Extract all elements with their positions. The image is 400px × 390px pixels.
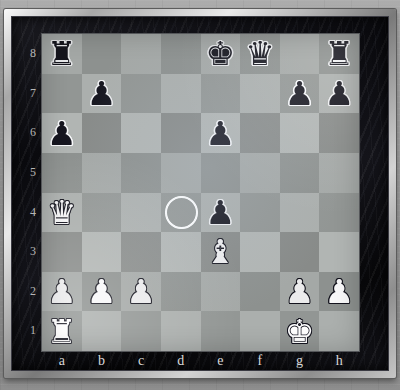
square-g2[interactable]: ♟ xyxy=(280,272,320,312)
white-pawn[interactable]: ♟ xyxy=(324,275,354,308)
square-d2[interactable] xyxy=(161,272,201,312)
white-bishop[interactable]: ♝ xyxy=(206,235,236,268)
square-c1[interactable] xyxy=(121,311,161,351)
square-f1[interactable] xyxy=(240,311,280,351)
square-b7[interactable]: ♟ xyxy=(82,74,122,114)
square-d5[interactable] xyxy=(161,153,201,193)
square-g3[interactable] xyxy=(280,232,320,272)
file-label-e: e xyxy=(201,351,241,371)
file-labels: abcdefgh xyxy=(42,351,359,371)
white-pawn[interactable]: ♟ xyxy=(126,275,156,308)
file-label-c: c xyxy=(121,351,161,371)
square-b3[interactable] xyxy=(82,232,122,272)
white-king[interactable]: ♚ xyxy=(285,315,315,348)
square-a8[interactable]: ♜ xyxy=(42,34,82,74)
square-b4[interactable] xyxy=(82,193,122,233)
black-pawn[interactable]: ♟ xyxy=(285,77,315,110)
board-outer-trim: 87654321 ♜♚♛♜♟♟♟♟♟♛♟♝♟♟♟♟♟♜♚ abcdefgh xyxy=(4,9,396,378)
black-king[interactable]: ♚ xyxy=(206,37,236,70)
square-e2[interactable] xyxy=(201,272,241,312)
black-pawn[interactable]: ♟ xyxy=(206,117,236,150)
square-h8[interactable]: ♜ xyxy=(319,34,359,74)
square-f3[interactable] xyxy=(240,232,280,272)
square-e8[interactable]: ♚ xyxy=(201,34,241,74)
square-c7[interactable] xyxy=(121,74,161,114)
square-f7[interactable] xyxy=(240,74,280,114)
file-label-g: g xyxy=(280,351,320,371)
file-label-a: a xyxy=(42,351,82,371)
square-d3[interactable] xyxy=(161,232,201,272)
square-g8[interactable] xyxy=(280,34,320,74)
square-b2[interactable]: ♟ xyxy=(82,272,122,312)
file-label-b: b xyxy=(82,351,122,371)
square-c4[interactable] xyxy=(121,193,161,233)
square-b5[interactable] xyxy=(82,153,122,193)
white-pawn[interactable]: ♟ xyxy=(285,275,315,308)
square-a6[interactable]: ♟ xyxy=(42,113,82,153)
square-a5[interactable] xyxy=(42,153,82,193)
square-f6[interactable] xyxy=(240,113,280,153)
square-e6[interactable]: ♟ xyxy=(201,113,241,153)
black-pawn[interactable]: ♟ xyxy=(324,77,354,110)
square-c8[interactable] xyxy=(121,34,161,74)
file-label-d: d xyxy=(161,351,201,371)
white-queen[interactable]: ♛ xyxy=(47,196,77,229)
square-a7[interactable] xyxy=(42,74,82,114)
white-rook[interactable]: ♜ xyxy=(47,315,77,348)
square-c3[interactable] xyxy=(121,232,161,272)
square-h7[interactable]: ♟ xyxy=(319,74,359,114)
square-d1[interactable] xyxy=(161,311,201,351)
square-b6[interactable] xyxy=(82,113,122,153)
square-e3[interactable]: ♝ xyxy=(201,232,241,272)
square-a1[interactable]: ♜ xyxy=(42,311,82,351)
square-h1[interactable] xyxy=(319,311,359,351)
chess-board: ♜♚♛♜♟♟♟♟♟♛♟♝♟♟♟♟♟♜♚ xyxy=(42,34,359,351)
square-e7[interactable] xyxy=(201,74,241,114)
square-f5[interactable] xyxy=(240,153,280,193)
square-h6[interactable] xyxy=(319,113,359,153)
file-label-h: h xyxy=(319,351,359,371)
square-f4[interactable] xyxy=(240,193,280,233)
black-pawn[interactable]: ♟ xyxy=(47,117,77,150)
square-g1[interactable]: ♚ xyxy=(280,311,320,351)
square-g5[interactable] xyxy=(280,153,320,193)
black-queen[interactable]: ♛ xyxy=(245,37,275,70)
square-d7[interactable] xyxy=(161,74,201,114)
square-a4[interactable]: ♛ xyxy=(42,193,82,233)
black-pawn[interactable]: ♟ xyxy=(87,77,117,110)
square-g4[interactable] xyxy=(280,193,320,233)
square-c2[interactable]: ♟ xyxy=(121,272,161,312)
square-d4[interactable] xyxy=(161,193,201,233)
square-e5[interactable] xyxy=(201,153,241,193)
square-c6[interactable] xyxy=(121,113,161,153)
white-pawn[interactable]: ♟ xyxy=(87,275,117,308)
square-e4[interactable]: ♟ xyxy=(201,193,241,233)
black-rook[interactable]: ♜ xyxy=(324,37,354,70)
board-frame: 87654321 ♜♚♛♜♟♟♟♟♟♛♟♝♟♟♟♟♟♜♚ abcdefgh xyxy=(11,16,389,371)
file-label-f: f xyxy=(240,351,280,371)
square-h4[interactable] xyxy=(319,193,359,233)
square-d6[interactable] xyxy=(161,113,201,153)
square-a3[interactable] xyxy=(42,232,82,272)
black-pawn[interactable]: ♟ xyxy=(206,196,236,229)
square-h3[interactable] xyxy=(319,232,359,272)
square-e1[interactable] xyxy=(201,311,241,351)
white-pawn[interactable]: ♟ xyxy=(47,275,77,308)
black-rook[interactable]: ♜ xyxy=(47,37,77,70)
square-g7[interactable]: ♟ xyxy=(280,74,320,114)
square-b8[interactable] xyxy=(82,34,122,74)
square-f2[interactable] xyxy=(240,272,280,312)
square-c5[interactable] xyxy=(121,153,161,193)
square-b1[interactable] xyxy=(82,311,122,351)
square-h2[interactable]: ♟ xyxy=(319,272,359,312)
square-a2[interactable]: ♟ xyxy=(42,272,82,312)
square-d8[interactable] xyxy=(161,34,201,74)
square-f8[interactable]: ♛ xyxy=(240,34,280,74)
square-g6[interactable] xyxy=(280,113,320,153)
square-h5[interactable] xyxy=(319,153,359,193)
move-hint-circle xyxy=(165,196,198,229)
